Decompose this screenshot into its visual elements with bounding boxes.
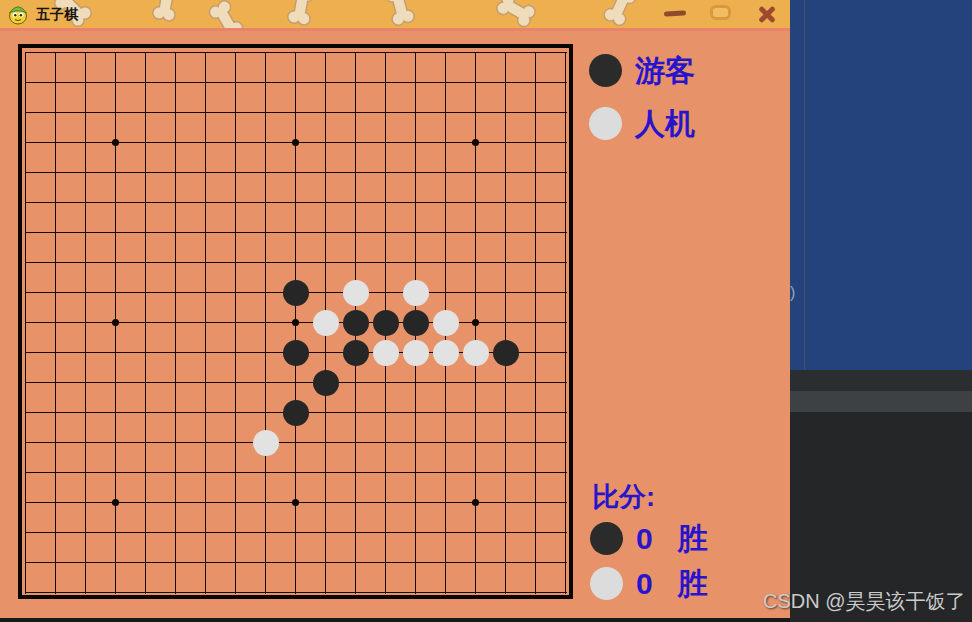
black-stone <box>343 340 369 366</box>
star-point <box>112 499 119 506</box>
black-stone-icon <box>590 522 623 555</box>
black-stone <box>283 400 309 426</box>
title-bar[interactable]: 五子棋 <box>0 0 790 28</box>
white-stone-icon <box>589 107 622 140</box>
gomoku-window: 五子棋 游客 人机 比分: 0 胜 0 胜 <box>0 0 790 618</box>
black-stone <box>343 310 369 336</box>
white-stone <box>403 340 429 366</box>
star-point <box>292 319 299 326</box>
white-stone <box>463 340 489 366</box>
white-stone <box>343 280 369 306</box>
titlebar-divider <box>0 28 790 31</box>
star-point <box>292 139 299 146</box>
background-band-light <box>790 391 972 412</box>
black-win-label: 胜 <box>678 522 708 555</box>
white-stone <box>403 280 429 306</box>
white-stone <box>253 430 279 456</box>
black-stone <box>373 310 399 336</box>
legend-black: 游客 <box>589 54 695 87</box>
board-grid[interactable] <box>25 52 567 594</box>
star-point <box>112 139 119 146</box>
score-white-row: 0 胜 <box>590 567 708 600</box>
score-black-row: 0 胜 <box>590 522 708 555</box>
background-band-dark <box>790 370 972 391</box>
legend-white-label: 人机 <box>635 107 695 140</box>
star-point <box>472 499 479 506</box>
white-win-label: 胜 <box>678 567 708 600</box>
black-stone <box>403 310 429 336</box>
star-point <box>292 499 299 506</box>
app-icon <box>7 3 29 25</box>
white-stone <box>433 340 459 366</box>
black-stone <box>283 280 309 306</box>
black-stone-icon <box>589 54 622 87</box>
white-stone <box>313 310 339 336</box>
legend-white: 人机 <box>589 107 695 140</box>
black-stone <box>493 340 519 366</box>
star-point <box>112 319 119 326</box>
score-heading: 比分: <box>592 479 655 515</box>
black-stone <box>283 340 309 366</box>
editor-guide-line <box>804 0 805 370</box>
black-win-count: 0 <box>636 522 653 555</box>
close-button[interactable] <box>756 3 778 25</box>
watermark: CSDN @昊昊该干饭了 <box>763 588 966 615</box>
background-bottom-strip <box>0 618 790 622</box>
window-title: 五子棋 <box>36 6 78 22</box>
star-point <box>472 139 479 146</box>
white-stone <box>433 310 459 336</box>
white-win-count: 0 <box>636 567 653 600</box>
legend-black-label: 游客 <box>635 54 695 87</box>
star-point <box>472 319 479 326</box>
background-editor-panel <box>790 0 972 370</box>
black-stone <box>313 370 339 396</box>
white-stone <box>373 340 399 366</box>
maximize-button[interactable] <box>710 5 731 20</box>
white-stone-icon <box>590 567 623 600</box>
